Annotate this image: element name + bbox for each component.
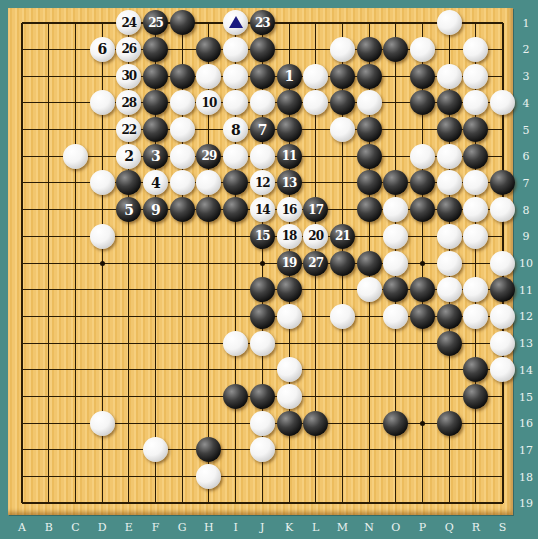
stone-J9: 15: [250, 224, 275, 249]
coordinate-column-label: G: [172, 521, 192, 534]
stone-E3: 30: [116, 64, 141, 89]
coordinate-row-label: 3: [515, 70, 537, 83]
coordinate-row-label: 6: [515, 150, 537, 163]
coordinate-column-label: M: [332, 521, 352, 534]
stone-D9: [90, 224, 115, 249]
move-number-label: 5: [124, 203, 133, 217]
stone-I6: [223, 144, 248, 169]
coordinate-row-label: 8: [515, 204, 537, 217]
move-number-label: 21: [335, 230, 350, 242]
stone-H6: 29: [196, 144, 221, 169]
stone-Q10: [437, 251, 462, 276]
stone-J4: [250, 90, 275, 115]
coordinate-column-label: S: [493, 521, 513, 534]
move-number-label: 25: [148, 17, 163, 29]
stone-H3: [196, 64, 221, 89]
stone-F8: 9: [143, 197, 168, 222]
move-number-label: 12: [255, 177, 270, 189]
coordinate-column-label: B: [39, 521, 59, 534]
stone-F6: 3: [143, 144, 168, 169]
coordinate-row-label: 11: [515, 284, 537, 297]
stone-D2: 6: [90, 37, 115, 62]
stone-G6: [170, 144, 195, 169]
coordinate-row-label: 9: [515, 230, 537, 243]
stone-J1: 23: [250, 10, 275, 35]
move-number-label: 6: [97, 42, 106, 56]
stone-G3: [170, 64, 195, 89]
move-number-label: 9: [151, 203, 160, 217]
stone-K16: [277, 411, 302, 436]
stone-N5: [357, 117, 382, 142]
star-point: [100, 261, 105, 266]
coordinate-column-label: P: [413, 521, 433, 534]
coordinate-column-label: H: [199, 521, 219, 534]
coordinate-column-label: C: [65, 521, 85, 534]
stone-M12: [330, 304, 355, 329]
move-number-label: 14: [255, 204, 270, 216]
move-number-label: 2: [124, 149, 133, 163]
stone-J16: [250, 411, 275, 436]
coordinate-column-label: R: [466, 521, 486, 534]
stone-K10: 19: [277, 251, 302, 276]
stone-P6: [410, 144, 435, 169]
coordinate-row-label: 2: [515, 43, 537, 56]
stone-P8: [410, 197, 435, 222]
stone-K9: 18: [277, 224, 302, 249]
stone-K7: 13: [277, 170, 302, 195]
stone-I15: [223, 384, 248, 409]
stone-P12: [410, 304, 435, 329]
stone-J13: [250, 331, 275, 356]
stone-L3: [303, 64, 328, 89]
stone-J3: [250, 64, 275, 89]
stone-Q7: [437, 170, 462, 195]
stone-Q3: [437, 64, 462, 89]
move-number-label: 16: [282, 204, 297, 216]
stone-N7: [357, 170, 382, 195]
coordinate-row-label: 13: [515, 337, 537, 350]
stone-L9: 20: [303, 224, 328, 249]
move-number-label: 20: [308, 230, 323, 242]
move-number-label: 17: [308, 204, 323, 216]
coordinate-row-label: 7: [515, 177, 537, 190]
stone-C6: [63, 144, 88, 169]
coordinate-column-label: K: [279, 521, 299, 534]
go-board-frame: 2425236263012810228723291141213591416171…: [0, 0, 538, 539]
stone-I5: 8: [223, 117, 248, 142]
stone-S12: [490, 304, 515, 329]
stone-N2: [357, 37, 382, 62]
coordinate-column-label: A: [12, 521, 32, 534]
star-point: [260, 261, 265, 266]
move-number-label: 1: [284, 69, 293, 83]
stone-J5: 7: [250, 117, 275, 142]
coordinate-row-label: 15: [515, 391, 537, 404]
move-number-label: 28: [121, 97, 136, 109]
coordinate-row-label: 5: [515, 124, 537, 137]
stone-N8: [357, 197, 382, 222]
star-point: [420, 421, 425, 426]
stone-Q11: [437, 277, 462, 302]
stone-I2: [223, 37, 248, 62]
stone-D16: [90, 411, 115, 436]
stone-K8: 16: [277, 197, 302, 222]
triangle-mark-icon: [229, 16, 243, 28]
stone-G7: [170, 170, 195, 195]
move-number-label: 30: [121, 70, 136, 82]
stone-K14: [277, 357, 302, 382]
move-number-label: 24: [121, 17, 136, 29]
move-number-label: 7: [258, 123, 267, 137]
stone-Q4: [437, 90, 462, 115]
stone-I13: [223, 331, 248, 356]
stone-N6: [357, 144, 382, 169]
stone-K6: 11: [277, 144, 302, 169]
coordinate-column-label: Q: [439, 521, 459, 534]
stone-R3: [463, 64, 488, 89]
stone-P2: [410, 37, 435, 62]
coordinate-row-label: 4: [515, 97, 537, 110]
stone-Q6: [437, 144, 462, 169]
stone-G5: [170, 117, 195, 142]
stone-L10: 27: [303, 251, 328, 276]
move-number-label: 29: [202, 150, 217, 162]
stone-F2: [143, 37, 168, 62]
stone-G1: [170, 10, 195, 35]
stone-O9: [383, 224, 408, 249]
stone-M5: [330, 117, 355, 142]
stone-D7: [90, 170, 115, 195]
stone-K12: [277, 304, 302, 329]
move-number-label: 3: [151, 149, 160, 163]
move-number-label: 11: [282, 150, 297, 162]
move-number-label: 10: [202, 97, 217, 109]
stone-J15: [250, 384, 275, 409]
stone-G4: [170, 90, 195, 115]
stone-Q1: [437, 10, 462, 35]
move-number-label: 8: [231, 123, 240, 137]
stone-I3: [223, 64, 248, 89]
stone-J6: [250, 144, 275, 169]
stone-Q16: [437, 411, 462, 436]
stone-J12: [250, 304, 275, 329]
coordinate-row-label: 10: [515, 257, 537, 270]
coordinate-row-label: 1: [515, 17, 537, 30]
move-number-label: 22: [121, 124, 136, 136]
stone-K4: [277, 90, 302, 115]
stone-D4: [90, 90, 115, 115]
stone-G8: [170, 197, 195, 222]
move-number-label: 15: [255, 230, 270, 242]
coordinate-column-label: L: [306, 521, 326, 534]
stone-L16: [303, 411, 328, 436]
move-number-label: 13: [282, 177, 297, 189]
coordinate-row-label: 17: [515, 444, 537, 457]
stone-K3: 1: [277, 64, 302, 89]
grid-line-horizontal: [22, 476, 503, 477]
coordinate-row-label: 14: [515, 364, 537, 377]
coordinate-column-label: O: [386, 521, 406, 534]
stone-O16: [383, 411, 408, 436]
grid-line-horizontal: [22, 502, 503, 504]
coordinate-column-label: F: [146, 521, 166, 534]
move-number-label: 27: [308, 257, 323, 269]
coordinate-column-label: J: [252, 521, 272, 534]
star-point: [420, 261, 425, 266]
stone-P3: [410, 64, 435, 89]
move-number-label: 18: [282, 230, 297, 242]
stone-Q5: [437, 117, 462, 142]
stone-M10: [330, 251, 355, 276]
stone-R6: [463, 144, 488, 169]
coordinate-row-label: 16: [515, 417, 537, 430]
grid-line-horizontal: [22, 369, 503, 370]
stone-J2: [250, 37, 275, 62]
stone-J11: [250, 277, 275, 302]
stone-N11: [357, 277, 382, 302]
stone-Q12: [437, 304, 462, 329]
stone-N4: [357, 90, 382, 115]
coordinate-column-label: D: [92, 521, 112, 534]
stone-O10: [383, 251, 408, 276]
move-number-label: 26: [121, 43, 136, 55]
stone-K15: [277, 384, 302, 409]
stone-E6: 2: [116, 144, 141, 169]
stone-M9: 21: [330, 224, 355, 249]
stone-N10: [357, 251, 382, 276]
stone-Q8: [437, 197, 462, 222]
coordinate-column-label: E: [119, 521, 139, 534]
coordinate-row-label: 19: [515, 497, 537, 510]
stone-F3: [143, 64, 168, 89]
stone-S10: [490, 251, 515, 276]
stone-F5: [143, 117, 168, 142]
coordinate-column-label: I: [226, 521, 246, 534]
move-number-label: 23: [255, 17, 270, 29]
stone-K11: [277, 277, 302, 302]
stone-S13: [490, 331, 515, 356]
coordinate-row-label: 18: [515, 471, 537, 484]
stone-J8: 14: [250, 197, 275, 222]
stone-N3: [357, 64, 382, 89]
stone-M3: [330, 64, 355, 89]
coordinate-column-label: N: [359, 521, 379, 534]
stone-M2: [330, 37, 355, 62]
stone-K5: [277, 117, 302, 142]
move-number-label: 19: [282, 257, 297, 269]
stone-Q9: [437, 224, 462, 249]
move-number-label: 4: [151, 176, 160, 190]
coordinate-row-label: 12: [515, 310, 537, 323]
stone-Q13: [437, 331, 462, 356]
